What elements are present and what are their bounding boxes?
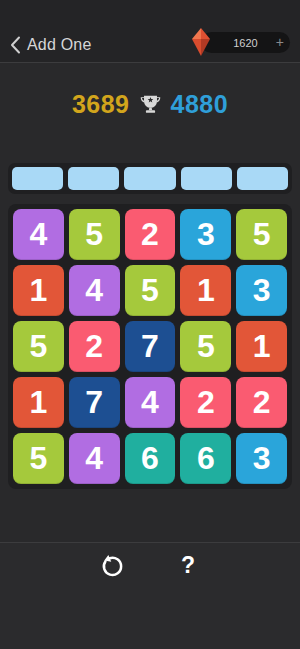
- chevron-left-icon: [10, 36, 21, 54]
- currency-pill[interactable]: 1620 +: [201, 32, 290, 53]
- tile-r3c3[interactable]: 7: [125, 321, 176, 372]
- tile-r2c4[interactable]: 1: [180, 265, 231, 316]
- tile-r5c5[interactable]: 3: [236, 433, 287, 484]
- tile-r2c2[interactable]: 4: [69, 265, 120, 316]
- gem-icon: [189, 27, 213, 61]
- tile-r1c1[interactable]: 4: [13, 209, 64, 260]
- app-screen: Add One 1620 + 3689: [0, 0, 300, 649]
- tile-r1c4[interactable]: 3: [180, 209, 231, 260]
- help-label: ?: [181, 552, 195, 579]
- help-button[interactable]: ?: [173, 550, 203, 580]
- tile-r4c1[interactable]: 1: [13, 377, 64, 428]
- tile-r3c5[interactable]: 1: [236, 321, 287, 372]
- game-board: 4523514513527511742254663: [8, 204, 292, 489]
- tile-r3c4[interactable]: 5: [180, 321, 231, 372]
- tile-r1c3[interactable]: 2: [125, 209, 176, 260]
- score-current: 3689: [72, 90, 130, 119]
- trophy-icon: [139, 93, 162, 116]
- tile-r2c1[interactable]: 1: [13, 265, 64, 316]
- tile-r3c2[interactable]: 2: [69, 321, 120, 372]
- progress-segment-3: [124, 167, 175, 190]
- score-row: 3689 4880: [0, 89, 300, 119]
- progress-bar: [8, 163, 292, 194]
- score-best: 4880: [171, 90, 229, 119]
- tile-r5c3[interactable]: 6: [125, 433, 176, 484]
- add-gems-button[interactable]: +: [276, 32, 284, 53]
- progress-segment-1: [12, 167, 63, 190]
- tile-r5c1[interactable]: 5: [13, 433, 64, 484]
- bottom-toolbar: ?: [0, 542, 300, 649]
- navbar: Add One 1620 +: [0, 0, 300, 63]
- back-button[interactable]: Add One: [10, 36, 92, 54]
- tile-r4c5[interactable]: 2: [236, 377, 287, 428]
- tile-r4c2[interactable]: 7: [69, 377, 120, 428]
- tile-r2c3[interactable]: 5: [125, 265, 176, 316]
- tile-r1c5[interactable]: 5: [236, 209, 287, 260]
- undo-button[interactable]: [97, 550, 127, 580]
- nav-title: Add One: [27, 36, 92, 54]
- tile-r3c1[interactable]: 5: [13, 321, 64, 372]
- tile-r4c3[interactable]: 4: [125, 377, 176, 428]
- undo-icon: [99, 552, 126, 579]
- progress-segment-4: [181, 167, 232, 190]
- progress-segment-5: [237, 167, 288, 190]
- tile-r5c4[interactable]: 6: [180, 433, 231, 484]
- gem-count: 1620: [233, 37, 257, 49]
- tile-r1c2[interactable]: 5: [69, 209, 120, 260]
- tile-r2c5[interactable]: 3: [236, 265, 287, 316]
- tile-r4c4[interactable]: 2: [180, 377, 231, 428]
- progress-segment-2: [68, 167, 119, 190]
- content-spacer: [0, 489, 300, 542]
- tile-r5c2[interactable]: 4: [69, 433, 120, 484]
